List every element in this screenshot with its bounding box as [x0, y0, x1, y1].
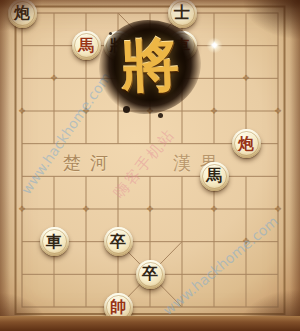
river-label-chu-he: 楚河	[63, 151, 117, 175]
piece-character: 士	[174, 5, 190, 21]
piece-character: 卒	[142, 266, 158, 282]
piece-character: 將	[110, 38, 126, 54]
piece-character: 卒	[110, 234, 126, 250]
piece-black-chariot[interactable]: 車	[40, 227, 69, 256]
piece-character: 車	[46, 234, 62, 250]
piece-character: 炮	[14, 5, 30, 21]
xiangqi-game-screen: 楚河 漢界 ❖❖❖❖❖❖❖❖❖❖❖❖❖❖ 炮士馬將車炮馬車卒卒帥 ✦ 將 www…	[0, 0, 300, 331]
piece-black-cannon[interactable]: 炮	[8, 0, 37, 28]
piece-black-advisor[interactable]: 士	[168, 0, 197, 28]
piece-character: 帥	[110, 299, 126, 315]
piece-character: 馬	[206, 168, 222, 184]
piece-black-soldier[interactable]: 卒	[104, 227, 133, 256]
piece-red-cannon[interactable]: 炮	[232, 129, 261, 158]
piece-black-soldier[interactable]: 卒	[136, 260, 165, 289]
piece-black-horse[interactable]: 馬	[200, 162, 229, 191]
piece-red-general[interactable]: 帥	[104, 293, 133, 322]
piece-character: 炮	[238, 136, 254, 152]
piece-black-general[interactable]: 將	[104, 31, 133, 60]
piece-red-horse[interactable]: 馬	[72, 31, 101, 60]
piece-character: 車	[174, 38, 190, 54]
piece-character: 馬	[78, 38, 94, 54]
piece-red-chariot[interactable]: 車	[168, 31, 197, 60]
